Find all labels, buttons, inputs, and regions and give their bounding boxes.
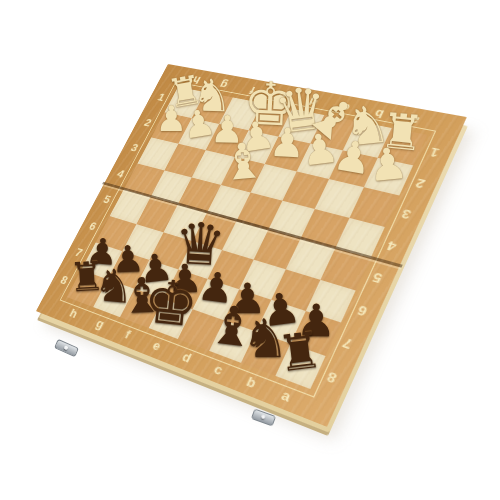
- piece-black-king-e8: ♚: [140, 270, 200, 336]
- square-a1: [377, 128, 427, 165]
- square-d4: [237, 192, 283, 229]
- square-d6: [208, 250, 254, 290]
- rank-label-6: 6: [356, 303, 370, 318]
- square-a5: [320, 248, 370, 290]
- piece-white-knight-g1: ♞: [192, 73, 233, 119]
- square-b3: [315, 179, 363, 217]
- piece-black-pawn-e7: ♟: [168, 259, 204, 299]
- rank-label-1: 1: [156, 92, 167, 103]
- metal-hinge: [251, 408, 276, 426]
- piece-white-rook-a1: ♜: [378, 107, 426, 160]
- piece-black-pawn-b7: ♟: [259, 286, 303, 334]
- rank-label-5: 5: [101, 194, 112, 206]
- rank-label-6: 6: [87, 220, 98, 232]
- rank-label-2: 2: [143, 117, 154, 128]
- file-label-c: c: [339, 101, 351, 113]
- square-h7: [81, 242, 122, 278]
- piece-black-queen-e6: ♛: [173, 215, 228, 275]
- piece-black-knight-b8: ♞: [242, 313, 290, 366]
- square-g5: [136, 197, 178, 232]
- piece-black-pawn-d7: ♟: [195, 267, 236, 312]
- rank-labels-right: 12345678: [310, 135, 456, 400]
- file-label-f: f: [123, 327, 132, 340]
- square-b1: [343, 121, 391, 157]
- square-a7: [290, 311, 341, 356]
- board-wrap: hgfedcba hgfedcba 12345678 12345678: [0, 0, 320, 320]
- square-a6: [305, 279, 356, 322]
- square-a8: [275, 343, 326, 389]
- metal-clasp: [54, 339, 79, 357]
- square-b4: [301, 209, 350, 248]
- square-d2: [265, 136, 310, 171]
- piece-white-queen-d1: ♛: [271, 78, 330, 143]
- piece-white-pawn-h2: ♟: [156, 101, 188, 136]
- square-f6: [149, 232, 192, 269]
- square-b5: [286, 239, 335, 280]
- file-label-a: a: [280, 387, 294, 403]
- piece-black-bishop-f8: ♝: [119, 271, 164, 321]
- rank-label-5: 5: [371, 271, 385, 286]
- piece-white-bishop-c1: ♝: [299, 84, 368, 154]
- file-label-g: g: [218, 79, 230, 90]
- square-f3: [192, 150, 235, 184]
- piece-white-knight-b1: ♞: [341, 98, 392, 154]
- square-c3: [282, 171, 329, 208]
- rank-labels-left: 12345678: [47, 83, 178, 297]
- square-c4: [268, 200, 315, 238]
- file-label-e: e: [151, 338, 163, 352]
- square-g7: [108, 251, 150, 288]
- product-photo-stage: hgfedcba hgfedcba 12345678 12345678 ♜♞♚♛…: [0, 0, 500, 500]
- frame-inner-line: [60, 81, 437, 397]
- square-f8: [120, 288, 163, 327]
- file-label-c: c: [212, 362, 225, 377]
- board-grid: [67, 87, 427, 389]
- rank-label-8: 8: [325, 369, 339, 385]
- square-f1: [219, 97, 262, 129]
- square-c2: [296, 143, 343, 179]
- rank-label-1: 1: [428, 146, 441, 159]
- file-label-a: a: [408, 114, 421, 127]
- square-h8: [67, 270, 108, 307]
- square-e4: [207, 184, 251, 220]
- square-d3: [251, 164, 296, 200]
- square-d5: [222, 221, 268, 259]
- square-f7: [135, 260, 178, 298]
- board-shadow-wrap: [7, 14, 327, 334]
- piece-black-pawn-h7: ♟: [84, 232, 119, 270]
- square-a3: [349, 187, 399, 226]
- rank-label-7: 7: [73, 247, 84, 259]
- square-g8: [93, 279, 135, 317]
- square-c7: [224, 289, 271, 331]
- piece-white-pawn-e2: ♟: [237, 115, 277, 158]
- square-d1: [279, 109, 324, 143]
- piece-white-bishop-e3: ♝: [219, 135, 267, 188]
- square-e8: [148, 298, 193, 339]
- square-c1: [310, 115, 357, 150]
- square-a4: [335, 217, 385, 258]
- rank-label-8: 8: [59, 273, 70, 286]
- file-label-b: b: [245, 374, 259, 390]
- square-f2: [206, 124, 249, 157]
- file-labels-top: hgfedcba: [178, 68, 438, 135]
- piece-white-pawn-f2: ♟: [210, 111, 245, 149]
- square-e7: [163, 269, 207, 309]
- file-label-d: d: [181, 349, 194, 364]
- square-c6: [239, 259, 286, 300]
- piece-black-pawn-c7: ♟: [229, 278, 266, 320]
- file-labels-bottom: hgfedcba: [55, 297, 310, 415]
- piece-black-rook-a8: ♜: [275, 326, 325, 381]
- square-h1: [165, 87, 205, 118]
- rank-label-4: 4: [385, 239, 399, 254]
- file-label-f: f: [248, 85, 257, 96]
- square-b2: [329, 150, 377, 187]
- piece-white-pawn-a2: ♟: [367, 141, 411, 189]
- square-g3: [164, 144, 205, 177]
- board-shadow: [43, 78, 474, 441]
- square-g4: [150, 170, 192, 204]
- square-e1: [248, 103, 292, 136]
- piece-black-pawn-g7: ♟: [111, 241, 145, 279]
- file-label-h: h: [68, 306, 80, 319]
- rank-label-2: 2: [414, 177, 428, 191]
- square-b6: [271, 269, 320, 311]
- fold-seam: [102, 182, 402, 267]
- square-c5: [253, 229, 300, 269]
- square-a2: [363, 157, 413, 195]
- file-label-e: e: [276, 90, 288, 102]
- square-h3: [138, 137, 178, 170]
- square-h2: [151, 112, 191, 144]
- piece-black-bishop-c8: ♝: [206, 298, 260, 357]
- square-e3: [221, 157, 265, 192]
- piece-white-pawn-b2: ♟: [331, 133, 376, 182]
- square-h5: [110, 189, 150, 223]
- wood-grain-overlay: [36, 64, 467, 427]
- square-d8: [178, 309, 224, 351]
- piece-white-pawn-d2: ♟: [269, 123, 307, 165]
- piece-black-rook-h8: ♜: [68, 257, 106, 299]
- rank-label-3: 3: [129, 142, 140, 153]
- square-e2: [235, 130, 279, 164]
- piece-white-pawn-g2: ♟: [180, 104, 218, 145]
- square-f5: [164, 204, 207, 240]
- rank-label-3: 3: [400, 207, 414, 221]
- piece-white-king-e1: ♚: [242, 73, 298, 135]
- file-label-h: h: [191, 74, 202, 85]
- square-c8: [209, 320, 257, 363]
- square-h6: [96, 216, 137, 251]
- rank-label-7: 7: [341, 336, 355, 352]
- piece-white-rook-h1: ♜: [164, 70, 205, 115]
- square-b7: [256, 300, 305, 343]
- piece-black-pawn-a7: ♟: [295, 299, 336, 344]
- file-label-b: b: [372, 107, 385, 120]
- square-h4: [124, 163, 164, 196]
- square-g2: [178, 118, 219, 150]
- piece-black-knight-g8: ♞: [92, 262, 136, 311]
- square-g6: [122, 224, 164, 260]
- chess-board: hgfedcba hgfedcba 12345678 12345678: [36, 64, 467, 427]
- board-side-wrap: [1, 9, 321, 329]
- board-edge-side: [37, 73, 468, 436]
- file-label-g: g: [94, 316, 106, 330]
- piece-white-pawn-c2: ♟: [299, 128, 341, 173]
- square-d7: [193, 279, 239, 320]
- square-f4: [178, 177, 221, 212]
- piece-black-pawn-f7: ♟: [137, 249, 175, 290]
- rank-label-4: 4: [115, 168, 126, 180]
- square-b8: [241, 331, 290, 376]
- square-g1: [191, 92, 232, 124]
- square-e6: [178, 241, 222, 279]
- square-e5: [192, 212, 236, 249]
- file-label-d: d: [307, 95, 320, 107]
